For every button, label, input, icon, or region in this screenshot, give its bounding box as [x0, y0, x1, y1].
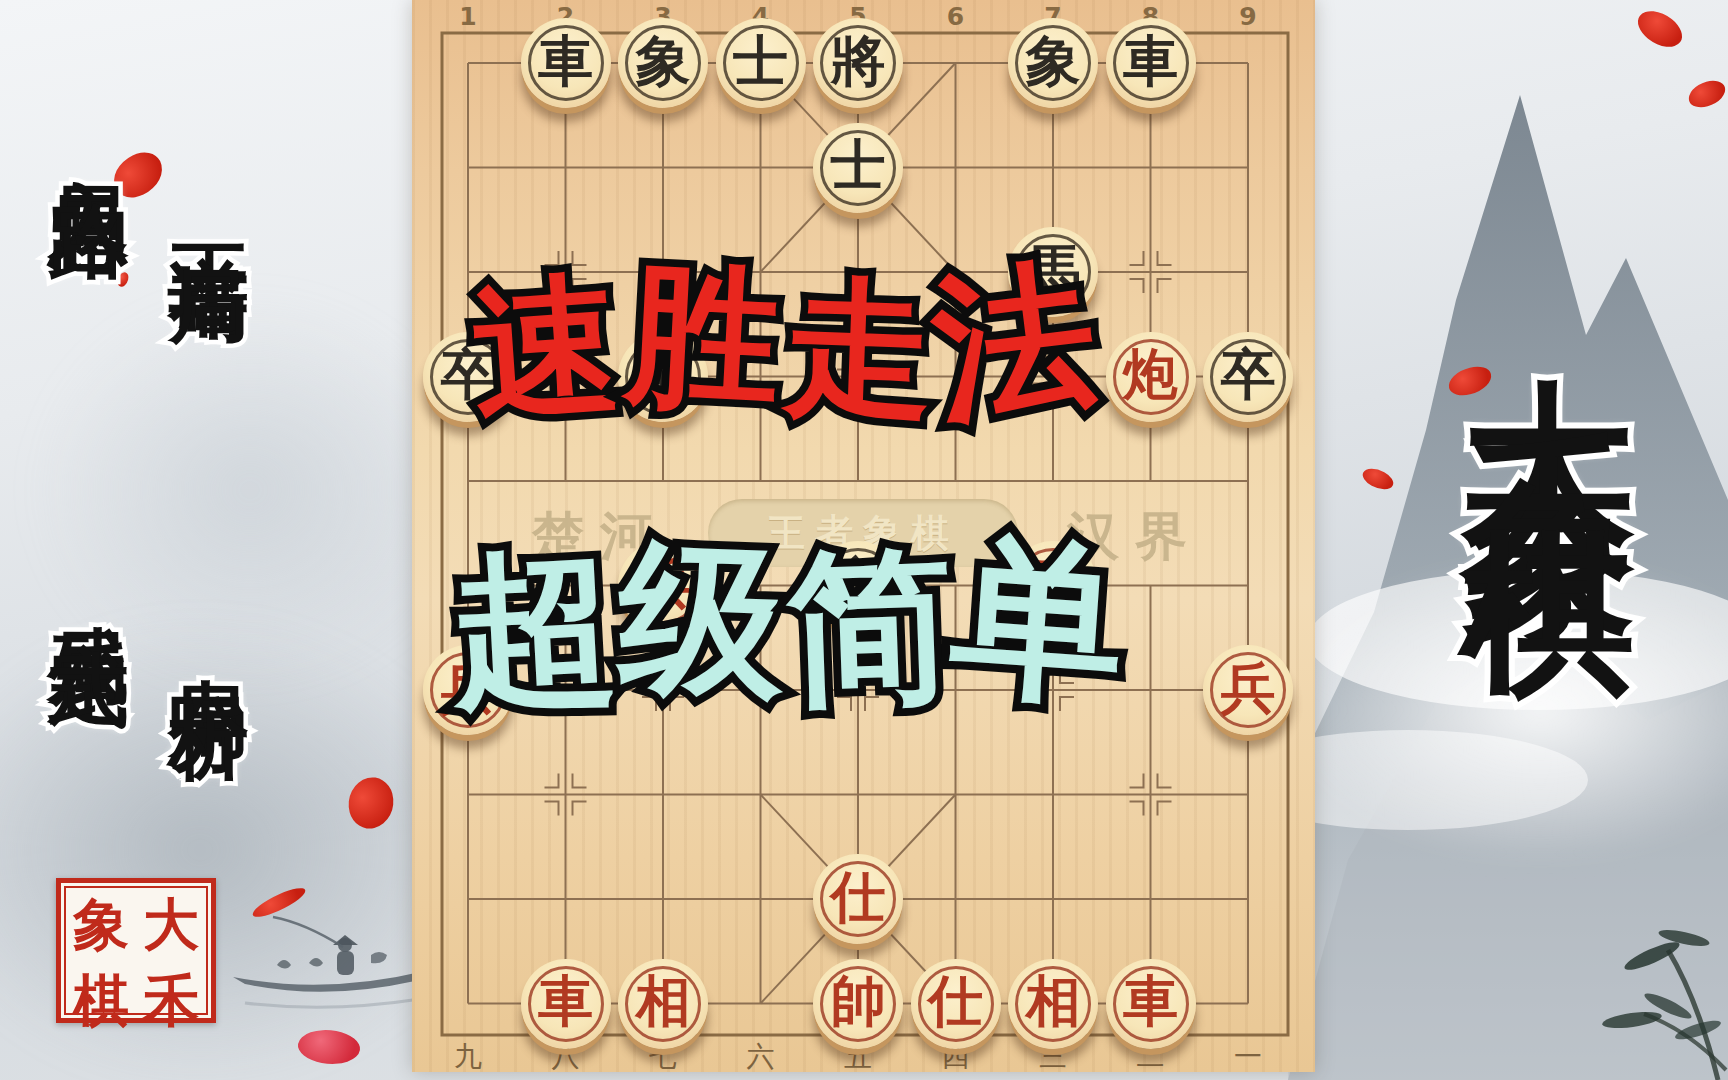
caption-char: 法 [924, 244, 1111, 440]
piece-glyph: 卒 [1221, 346, 1276, 401]
piece-black-rook[interactable]: 車 [1106, 18, 1196, 108]
file-label-top: 9 [1231, 2, 1265, 31]
thumbnail-canvas: 123456789 九八七六五四三二一 楚河 王者象棋 汉界 車象士將象車士馬卒… [0, 0, 1728, 1080]
fisherman-boat-ink [225, 915, 440, 1025]
piece-glyph: 象 [1026, 33, 1081, 88]
piece-glyph: 象 [636, 33, 691, 88]
petal-icon [116, 271, 130, 288]
piece-red-elephant[interactable]: 相 [618, 959, 708, 1049]
piece-black-advisor[interactable]: 士 [716, 18, 806, 108]
piece-glyph: 士 [831, 137, 886, 192]
piece-black-elephant[interactable]: 象 [618, 18, 708, 108]
bamboo-ink [1548, 910, 1728, 1080]
mist-patch [1280, 560, 1728, 860]
caption-quick-win-method: 速胜走法 [448, 262, 1120, 427]
piece-red-advisor[interactable]: 仕 [911, 959, 1001, 1049]
file-label-bottom: 六 [744, 1038, 778, 1076]
file-label-top: 1 [451, 2, 485, 31]
file-label-top: 6 [939, 2, 973, 31]
piece-glyph: 兵 [1221, 660, 1276, 715]
seal-char: 禾 [136, 964, 206, 1040]
side-caption-standard-openings: 正谱布局 [155, 182, 263, 214]
petal-icon [1685, 77, 1728, 111]
piece-glyph: 士 [733, 33, 788, 88]
piece-black-advisor[interactable]: 士 [813, 123, 903, 213]
piece-glyph: 相 [636, 973, 691, 1028]
caption-char: 简 [784, 534, 958, 722]
petal-icon [1360, 464, 1397, 495]
piece-glyph: 仕 [831, 869, 886, 924]
piece-red-advisor[interactable]: 仕 [813, 854, 903, 944]
piece-glyph: 車 [1123, 33, 1178, 88]
piece-glyph: 相 [1026, 973, 1081, 1028]
file-label-bottom: 一 [1231, 1038, 1265, 1076]
caption-char: 速 [467, 260, 634, 435]
caption-char: 单 [946, 520, 1134, 722]
piece-black-pawn[interactable]: 卒 [1203, 332, 1293, 422]
piece-glyph: 仕 [928, 973, 983, 1028]
piece-glyph: 車 [538, 973, 593, 1028]
piece-red-elephant[interactable]: 相 [1008, 959, 1098, 1049]
side-caption-endgame-patterns: 残局定式 [35, 560, 143, 592]
piece-red-rook[interactable]: 車 [1106, 959, 1196, 1049]
petal-icon [249, 884, 308, 921]
piece-black-general[interactable]: 將 [813, 18, 903, 108]
mountain-ink-painting [1288, 0, 1728, 1080]
channel-title-dahe-xiangqi: 大禾象棋 [1432, 236, 1668, 436]
seal-char: 大 [136, 888, 206, 964]
piece-red-rook[interactable]: 車 [521, 959, 611, 1049]
caption-char: 走 [781, 264, 943, 434]
piece-red-general[interactable]: 帥 [813, 959, 903, 1049]
side-caption-midgame-analysis: 中局分析 [155, 614, 263, 646]
piece-glyph: 車 [1123, 973, 1178, 1028]
petal-icon [296, 1025, 363, 1069]
piece-black-rook[interactable]: 車 [521, 18, 611, 108]
piece-glyph: 將 [831, 33, 886, 88]
seal-grid: 象 大 棋 禾 [64, 886, 208, 1015]
petal-icon [1632, 2, 1688, 55]
piece-glyph: 帥 [831, 973, 886, 1028]
caption-char: 胜 [623, 249, 791, 425]
caption-super-simple: 超级简单 [442, 534, 1132, 717]
caption-char: 超 [447, 534, 624, 725]
piece-glyph: 炮 [1123, 346, 1178, 401]
file-label-bottom: 九 [451, 1038, 485, 1076]
caption-char: 级 [616, 526, 790, 714]
side-caption-opening-ideas: 入局思路 [35, 114, 143, 146]
petal-icon [342, 773, 399, 833]
piece-glyph: 車 [538, 33, 593, 88]
seal-stamp: 象 大 棋 禾 [56, 878, 216, 1023]
seal-char: 象 [66, 888, 136, 964]
seal-char: 棋 [66, 964, 136, 1040]
piece-red-pawn[interactable]: 兵 [1203, 645, 1293, 735]
piece-black-elephant[interactable]: 象 [1008, 18, 1098, 108]
